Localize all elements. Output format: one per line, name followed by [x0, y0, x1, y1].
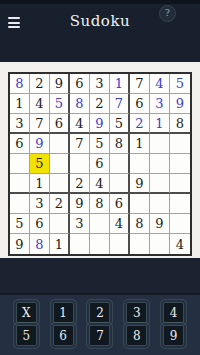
cell-r5c9[interactable]: [170, 154, 190, 174]
numpad-button-8[interactable]: 8: [126, 325, 147, 346]
cell-r6c2[interactable]: 1: [30, 174, 50, 194]
sudoku-app: Sudoku ? 8296317451458276393764952186975…: [0, 0, 200, 355]
numpad-button-2[interactable]: 2: [89, 302, 110, 323]
cell-r8c4[interactable]: 3: [70, 214, 90, 234]
cell-r5c3[interactable]: [50, 154, 70, 174]
cell-r2c3[interactable]: 5: [50, 94, 70, 114]
cell-r6c7[interactable]: 9: [130, 174, 150, 194]
cell-r4c1[interactable]: 6: [10, 134, 30, 154]
cell-r8c2[interactable]: 6: [30, 214, 50, 234]
cell-r6c4[interactable]: 2: [70, 174, 90, 194]
cell-r9c2[interactable]: 8: [30, 234, 50, 254]
cell-r7c2[interactable]: 3: [30, 194, 50, 214]
cell-r7c1[interactable]: [10, 194, 30, 214]
numpad-button-7[interactable]: 7: [89, 325, 110, 346]
cell-r9c5[interactable]: [90, 234, 110, 254]
cell-r5c8[interactable]: [150, 154, 170, 174]
cell-r4c3[interactable]: [50, 134, 70, 154]
cell-r1c7[interactable]: 7: [130, 74, 150, 94]
cell-r3c8[interactable]: 1: [150, 114, 170, 134]
cell-r9c7[interactable]: [130, 234, 150, 254]
cell-r1c5[interactable]: 3: [90, 74, 110, 94]
cell-r8c6[interactable]: 4: [110, 214, 130, 234]
cell-r3c9[interactable]: 8: [170, 114, 190, 134]
cell-r8c9[interactable]: [170, 214, 190, 234]
cell-r8c5[interactable]: [90, 214, 110, 234]
cell-r6c6[interactable]: [110, 174, 130, 194]
cell-r1c3[interactable]: 9: [50, 74, 70, 94]
cell-r7c3[interactable]: 2: [50, 194, 70, 214]
cell-r4c5[interactable]: 5: [90, 134, 110, 154]
erase-button[interactable]: X: [16, 302, 37, 323]
cell-r9c6[interactable]: [110, 234, 130, 254]
numpad-button-1[interactable]: 1: [53, 302, 74, 323]
cell-r3c5[interactable]: 9: [90, 114, 110, 134]
bottom-band: [0, 258, 200, 293]
cell-r7c4[interactable]: 9: [70, 194, 90, 214]
sudoku-board: 8296317451458276393764952186975815612493…: [8, 72, 192, 256]
cell-r9c1[interactable]: 9: [10, 234, 30, 254]
numpad-button-4[interactable]: 4: [163, 302, 184, 323]
cell-r2c9[interactable]: 9: [170, 94, 190, 114]
cell-r3c4[interactable]: 4: [70, 114, 90, 134]
cell-r6c3[interactable]: [50, 174, 70, 194]
cell-r2c5[interactable]: 2: [90, 94, 110, 114]
cell-r5c5[interactable]: 6: [90, 154, 110, 174]
cell-r2c4[interactable]: 8: [70, 94, 90, 114]
cell-r1c4[interactable]: 6: [70, 74, 90, 94]
cell-r4c2[interactable]: 9: [30, 134, 50, 154]
cell-r9c3[interactable]: 1: [50, 234, 70, 254]
cell-r5c4[interactable]: [70, 154, 90, 174]
cell-r3c7[interactable]: 2: [130, 114, 150, 134]
cell-r6c8[interactable]: [150, 174, 170, 194]
cell-r4c7[interactable]: 1: [130, 134, 150, 154]
cell-r6c1[interactable]: [10, 174, 30, 194]
cell-r5c1[interactable]: [10, 154, 30, 174]
cell-r1c2[interactable]: 2: [30, 74, 50, 94]
cell-r8c7[interactable]: 8: [130, 214, 150, 234]
cell-r1c8[interactable]: 4: [150, 74, 170, 94]
cell-r8c1[interactable]: 5: [10, 214, 30, 234]
cell-r1c1[interactable]: 8: [10, 74, 30, 94]
cell-r7c6[interactable]: 6: [110, 194, 130, 214]
cell-r4c6[interactable]: 8: [110, 134, 130, 154]
cell-r6c9[interactable]: [170, 174, 190, 194]
cell-r1c6[interactable]: 1: [110, 74, 130, 94]
cell-r2c1[interactable]: 1: [10, 94, 30, 114]
cell-r9c9[interactable]: 4: [170, 234, 190, 254]
cell-r7c8[interactable]: [150, 194, 170, 214]
cell-r2c2[interactable]: 4: [30, 94, 50, 114]
top-bar: Sudoku ?: [0, 4, 200, 62]
cell-r5c7[interactable]: [130, 154, 150, 174]
cell-r2c7[interactable]: 6: [130, 94, 150, 114]
cell-r5c2[interactable]: 5: [30, 154, 50, 174]
cell-r4c4[interactable]: 7: [70, 134, 90, 154]
cell-r9c8[interactable]: [150, 234, 170, 254]
cell-r3c1[interactable]: 3: [10, 114, 30, 134]
cell-r4c9[interactable]: [170, 134, 190, 154]
help-button[interactable]: ?: [159, 5, 176, 22]
numpad-button-5[interactable]: 5: [16, 325, 37, 346]
cell-r7c9[interactable]: [170, 194, 190, 214]
cell-r8c8[interactable]: 9: [150, 214, 170, 234]
numpad-button-6[interactable]: 6: [53, 325, 74, 346]
cell-r7c7[interactable]: [130, 194, 150, 214]
number-pad: X123456789: [0, 293, 200, 355]
cell-r1c9[interactable]: 5: [170, 74, 190, 94]
cell-r3c6[interactable]: 5: [110, 114, 130, 134]
cell-r3c3[interactable]: 6: [50, 114, 70, 134]
cell-r4c8[interactable]: [150, 134, 170, 154]
numpad-button-9[interactable]: 9: [163, 325, 184, 346]
cell-r7c5[interactable]: 8: [90, 194, 110, 214]
cell-r5c6[interactable]: [110, 154, 130, 174]
cell-r2c6[interactable]: 7: [110, 94, 130, 114]
cell-r9c4[interactable]: [70, 234, 90, 254]
cell-r6c5[interactable]: 4: [90, 174, 110, 194]
cell-r3c2[interactable]: 7: [30, 114, 50, 134]
numpad-button-3[interactable]: 3: [126, 302, 147, 323]
playfield: 8296317451458276393764952186975815612493…: [0, 62, 200, 258]
cell-r8c3[interactable]: [50, 214, 70, 234]
cell-r2c8[interactable]: 3: [150, 94, 170, 114]
